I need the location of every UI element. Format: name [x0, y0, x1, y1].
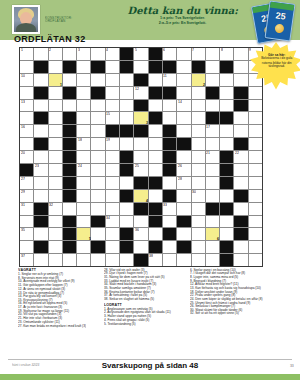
page-number: 33 — [290, 364, 294, 368]
letter-cell[interactable] — [34, 151, 47, 163]
letter-cell[interactable] — [234, 48, 247, 60]
blocked-cell — [63, 177, 76, 189]
footer-divider — [8, 359, 292, 360]
letter-cell[interactable] — [120, 87, 133, 99]
clue-number: 22 — [235, 151, 239, 155]
letter-cell[interactable] — [177, 125, 190, 137]
letter-cell[interactable] — [163, 112, 176, 124]
letter-cell[interactable] — [192, 100, 205, 112]
letter-cell[interactable]: 26 — [177, 164, 190, 176]
letter-cell[interactable] — [134, 151, 147, 163]
letter-cell[interactable] — [20, 112, 33, 124]
letter-cell[interactable] — [77, 112, 90, 124]
letter-cell[interactable]: 16 — [20, 125, 33, 137]
letter-cell[interactable] — [63, 100, 76, 112]
letter-cell[interactable]: 7 — [192, 48, 205, 60]
letter-cell[interactable] — [49, 190, 62, 202]
letter-cell[interactable] — [49, 125, 62, 137]
clue-number: 23 — [35, 164, 39, 168]
blocked-cell — [149, 61, 162, 73]
letter-cell[interactable]: 31 — [20, 203, 33, 215]
letter-cell[interactable] — [163, 254, 176, 266]
letter-cell[interactable] — [49, 112, 62, 124]
letter-cell[interactable]: 21 — [206, 151, 219, 163]
letter-cell[interactable] — [206, 254, 219, 266]
letter-cell[interactable] — [120, 100, 133, 112]
letter-cell[interactable] — [149, 228, 162, 240]
clue-number: 38 — [149, 254, 153, 258]
letter-cell[interactable] — [49, 87, 62, 99]
letter-cell[interactable] — [220, 190, 233, 202]
letter-cell[interactable] — [249, 203, 262, 215]
letter-cell[interactable] — [120, 203, 133, 215]
letter-cell[interactable] — [192, 151, 205, 163]
letter-cell[interactable] — [134, 241, 147, 253]
letter-cell[interactable]: 38 — [149, 254, 162, 266]
clue-number: 1 — [21, 48, 23, 52]
clue-number: 8 — [221, 48, 223, 52]
letter-cell[interactable] — [77, 203, 90, 215]
letter-cell[interactable] — [149, 151, 162, 163]
yellow-answer-cell[interactable]: 5 — [77, 228, 90, 240]
blocked-cell — [192, 61, 205, 73]
letter-cell[interactable] — [249, 190, 262, 202]
letter-cell[interactable] — [206, 216, 219, 228]
letter-cell[interactable] — [192, 87, 205, 99]
blocked-cell — [220, 203, 233, 215]
letter-cell[interactable] — [220, 125, 233, 137]
letter-cell[interactable] — [120, 112, 133, 124]
letter-cell[interactable] — [34, 48, 47, 60]
letter-cell[interactable]: 3 — [77, 48, 90, 60]
letter-cell[interactable]: 24 — [77, 164, 90, 176]
blocked-cell — [149, 216, 162, 228]
letter-cell[interactable] — [249, 254, 262, 266]
blocked-cell — [234, 138, 247, 150]
letter-cell[interactable] — [77, 254, 90, 266]
blocked-cell — [120, 151, 133, 163]
letter-cell[interactable] — [34, 177, 47, 189]
letter-cell[interactable] — [220, 74, 233, 86]
clue-number: 13 — [21, 100, 25, 104]
letter-cell[interactable] — [91, 254, 104, 266]
clue-number: 7 — [192, 48, 194, 52]
letter-cell[interactable] — [220, 216, 233, 228]
letter-cell[interactable] — [34, 228, 47, 240]
letter-cell[interactable] — [177, 203, 190, 215]
letter-cell[interactable] — [106, 203, 119, 215]
yellow-answer-cell[interactable]: 4 — [134, 190, 147, 202]
clue-number: 21 — [206, 151, 210, 155]
letter-cell[interactable] — [34, 125, 47, 137]
letter-cell[interactable] — [206, 138, 219, 150]
blocked-cell — [234, 100, 247, 112]
letter-cell[interactable]: 22 — [234, 151, 247, 163]
blocked-cell — [34, 138, 47, 150]
letter-cell[interactable] — [49, 100, 62, 112]
letter-cell[interactable] — [206, 74, 219, 86]
page-title: ORDFLÄTAN 32 — [14, 34, 85, 44]
letter-cell[interactable] — [249, 241, 262, 253]
blocked-cell — [120, 164, 133, 176]
letter-cell[interactable] — [63, 48, 76, 60]
letter-cell[interactable] — [192, 254, 205, 266]
letter-cell[interactable] — [106, 74, 119, 86]
letter-cell[interactable] — [163, 100, 176, 112]
letter-cell[interactable] — [106, 228, 119, 240]
letter-cell[interactable] — [192, 164, 205, 176]
letter-cell[interactable] — [177, 48, 190, 60]
letter-cell[interactable] — [234, 112, 247, 124]
letter-cell[interactable] — [91, 177, 104, 189]
blocked-cell — [149, 112, 162, 124]
blocked-cell — [63, 216, 76, 228]
letter-cell[interactable] — [77, 87, 90, 99]
letter-cell[interactable] — [106, 164, 119, 176]
letter-cell[interactable] — [177, 61, 190, 73]
blocked-cell — [63, 164, 76, 176]
letter-cell[interactable] — [20, 61, 33, 73]
letter-cell[interactable]: 4 — [106, 48, 119, 60]
letter-cell[interactable] — [20, 138, 33, 150]
letter-cell[interactable] — [91, 74, 104, 86]
letter-cell[interactable] — [77, 100, 90, 112]
letter-cell[interactable] — [49, 61, 62, 73]
letter-cell[interactable] — [192, 125, 205, 137]
letter-cell[interactable] — [106, 241, 119, 253]
lottery-ticket-front: 25 — [264, 0, 295, 41]
letter-cell[interactable]: 17 — [206, 125, 219, 137]
magazine-crossword-page: KONSTRUKTÖR: ORDFLÄTAN Detta kan du vinn… — [0, 0, 300, 380]
blocked-cell — [63, 87, 76, 99]
letter-cell[interactable] — [192, 216, 205, 228]
blocked-cell — [120, 228, 133, 240]
clue-number: 35 — [21, 228, 25, 232]
letter-cell[interactable] — [106, 190, 119, 202]
letter-cell[interactable] — [91, 228, 104, 240]
clue-number: 37 — [21, 254, 25, 258]
blocked-cell — [149, 177, 162, 189]
letter-cell[interactable] — [249, 151, 262, 163]
blocked-cell — [220, 112, 233, 124]
letter-cell[interactable] — [192, 241, 205, 253]
letter-cell[interactable] — [120, 177, 133, 189]
letter-cell[interactable] — [34, 254, 47, 266]
footer-green-bar — [0, 374, 300, 380]
letter-cell[interactable] — [206, 100, 219, 112]
letter-cell[interactable] — [192, 228, 205, 240]
clue-number: 32 — [49, 203, 53, 207]
letter-cell[interactable] — [206, 61, 219, 73]
clue-number: 16 — [21, 125, 25, 129]
letter-cell[interactable]: 20 — [20, 151, 33, 163]
letter-cell[interactable] — [220, 87, 233, 99]
clue-number: 24 — [78, 164, 82, 168]
letter-cell[interactable] — [220, 228, 233, 240]
letter-cell[interactable] — [234, 241, 247, 253]
letter-cell[interactable] — [192, 177, 205, 189]
letter-cell[interactable] — [234, 74, 247, 86]
letter-cell[interactable] — [20, 87, 33, 99]
blocked-cell — [220, 151, 233, 163]
clue-number: 31 — [21, 203, 25, 207]
blocked-cell — [149, 241, 162, 253]
yellow-answer-cell[interactable]: 6 — [206, 228, 219, 240]
letter-cell[interactable] — [106, 254, 119, 266]
letter-cell[interactable]: 27 — [20, 177, 33, 189]
letter-cell[interactable] — [63, 254, 76, 266]
letter-cell[interactable] — [77, 125, 90, 137]
blocked-cell — [120, 48, 133, 60]
competition-letter-index: 5 — [89, 237, 91, 241]
blocked-cell — [106, 125, 119, 137]
letter-cell[interactable] — [49, 216, 62, 228]
letter-cell[interactable] — [234, 61, 247, 73]
letter-cell[interactable] — [20, 241, 33, 253]
clue-number: 4 — [106, 48, 108, 52]
blocked-cell — [120, 61, 133, 73]
letter-cell[interactable]: 12 — [134, 87, 147, 99]
letter-cell[interactable]: 19 — [106, 138, 119, 150]
letter-cell[interactable] — [177, 254, 190, 266]
clue-number: 26 — [178, 164, 182, 168]
letter-cell[interactable] — [134, 61, 147, 73]
yellow-answer-cell[interactable]: 1 — [49, 74, 62, 86]
badge-text: Gör så här: Bokstäverna i de gula rutorn… — [256, 53, 297, 68]
photo-body-shape — [16, 23, 36, 32]
blocked-cell — [234, 216, 247, 228]
letter-cell[interactable] — [177, 190, 190, 202]
letter-cell[interactable] — [249, 100, 262, 112]
letter-cell[interactable] — [134, 216, 147, 228]
letter-cell[interactable] — [177, 151, 190, 163]
letter-cell[interactable] — [34, 74, 47, 86]
letter-cell[interactable]: 28 — [177, 177, 190, 189]
letter-cell[interactable]: 14 — [177, 100, 190, 112]
letter-cell[interactable] — [77, 151, 90, 163]
blocked-cell — [206, 203, 219, 215]
blocked-cell — [63, 61, 76, 73]
blocked-cell — [234, 87, 247, 99]
letter-cell[interactable] — [91, 125, 104, 137]
letter-cell[interactable] — [120, 216, 133, 228]
blocked-cell — [220, 164, 233, 176]
letter-cell[interactable] — [106, 177, 119, 189]
letter-cell[interactable]: 13 — [20, 100, 33, 112]
letter-cell[interactable] — [106, 100, 119, 112]
letter-cell[interactable] — [120, 74, 133, 86]
letter-cell[interactable] — [49, 228, 62, 240]
letter-cell[interactable] — [249, 138, 262, 150]
clue-number: 5 — [135, 48, 137, 52]
letter-cell[interactable] — [149, 125, 162, 137]
blocked-cell — [34, 203, 47, 215]
clue-list-header: VÅGRÄTT — [18, 268, 102, 272]
letter-cell[interactable] — [234, 177, 247, 189]
letter-cell[interactable] — [206, 241, 219, 253]
letter-cell[interactable]: 11 — [163, 74, 176, 86]
letter-cell[interactable] — [91, 112, 104, 124]
letter-cell[interactable] — [77, 190, 90, 202]
blocked-cell — [234, 190, 247, 202]
blocked-cell — [34, 241, 47, 253]
letter-cell[interactable] — [149, 100, 162, 112]
ticket-value: 25 — [268, 9, 293, 22]
letter-cell[interactable] — [91, 48, 104, 60]
blocked-cell — [220, 61, 233, 73]
blocked-cell — [163, 190, 176, 202]
letter-cell[interactable] — [206, 48, 219, 60]
competition-letter-index: 4 — [146, 198, 148, 202]
blocked-cell — [34, 87, 47, 99]
letter-cell[interactable]: 36 — [134, 228, 147, 240]
letter-cell[interactable] — [77, 74, 90, 86]
letter-cell[interactable]: 32 — [49, 203, 62, 215]
constructor-photo-image — [14, 7, 38, 32]
letter-cell[interactable] — [163, 177, 176, 189]
instructions-badge: Gör så här: Bokstäverna i de gula rutorn… — [250, 42, 300, 92]
letter-cell[interactable] — [192, 203, 205, 215]
letter-cell[interactable] — [177, 112, 190, 124]
letter-cell[interactable] — [220, 138, 233, 150]
letter-cell[interactable] — [149, 74, 162, 86]
clue-number: 20 — [21, 151, 25, 155]
blocked-cell — [120, 241, 133, 253]
letter-cell[interactable] — [249, 216, 262, 228]
competition-letter-index: 6 — [217, 237, 219, 241]
blocked-cell — [134, 254, 147, 266]
letter-cell[interactable] — [91, 138, 104, 150]
clue-number: 3 — [78, 48, 80, 52]
letter-cell[interactable] — [34, 190, 47, 202]
letter-cell[interactable] — [77, 241, 90, 253]
letter-cell[interactable] — [91, 151, 104, 163]
letter-cell[interactable] — [49, 177, 62, 189]
letter-cell[interactable] — [91, 100, 104, 112]
letter-cell[interactable]: 15 — [106, 112, 119, 124]
letter-cell[interactable] — [163, 216, 176, 228]
letter-cell[interactable] — [249, 112, 262, 124]
clue-lists: VÅGRÄTT1. Singlar ner och yr omkring (7)… — [18, 268, 264, 358]
letter-cell[interactable] — [77, 177, 90, 189]
clue-number: 12 — [135, 87, 139, 91]
answer-coupon-note: Svarskupong på sidan 48 — [0, 361, 300, 370]
letter-cell[interactable]: 10 — [20, 74, 33, 86]
letter-cell[interactable]: 6 — [163, 48, 176, 60]
letter-cell[interactable] — [49, 151, 62, 163]
letter-cell[interactable]: 33 — [163, 203, 176, 215]
clue-item: 5. Textilanvändning (5) — [104, 322, 188, 326]
blocked-cell — [120, 125, 133, 137]
letter-cell[interactable] — [234, 164, 247, 176]
letter-cell[interactable] — [120, 254, 133, 266]
letter-cell[interactable] — [220, 100, 233, 112]
letter-cell[interactable] — [49, 164, 62, 176]
letter-cell[interactable] — [91, 203, 104, 215]
constructor-photo — [12, 5, 40, 34]
letter-cell[interactable] — [49, 241, 62, 253]
ticket-gold-coin — [274, 23, 284, 33]
letter-cell[interactable] — [234, 254, 247, 266]
letter-cell[interactable] — [106, 87, 119, 99]
letter-cell[interactable] — [49, 254, 62, 266]
letter-cell[interactable]: 25 — [134, 164, 147, 176]
letter-cell[interactable] — [20, 216, 33, 228]
letter-cell[interactable] — [134, 138, 147, 150]
letter-cell[interactable] — [177, 74, 190, 86]
letter-cell[interactable] — [149, 164, 162, 176]
yellow-answer-cell[interactable]: 2 — [192, 74, 205, 86]
letter-cell[interactable] — [249, 125, 262, 137]
letter-cell[interactable] — [149, 138, 162, 150]
letter-cell[interactable] — [149, 190, 162, 202]
letter-cell[interactable] — [77, 216, 90, 228]
clue-item: 32. Ser ut att ha ett öppet sinne (5) — [190, 312, 264, 316]
blocked-cell — [163, 125, 176, 137]
clue-number: 28 — [178, 177, 182, 181]
letter-cell[interactable] — [192, 138, 205, 150]
letter-cell[interactable]: 30 — [192, 190, 205, 202]
letter-cell[interactable] — [106, 151, 119, 163]
letter-cell[interactable]: 37 — [20, 254, 33, 266]
blocked-cell — [34, 216, 47, 228]
blocked-cell — [63, 190, 76, 202]
letter-cell[interactable]: 8 — [220, 48, 233, 60]
letter-cell[interactable]: 18 — [77, 138, 90, 150]
letter-cell[interactable] — [249, 177, 262, 189]
letter-cell[interactable] — [249, 228, 262, 240]
letter-cell[interactable] — [120, 138, 133, 150]
letter-cell[interactable] — [206, 177, 219, 189]
clue-number: 25 — [135, 164, 139, 168]
blocked-cell — [134, 177, 147, 189]
letter-cell[interactable] — [63, 203, 76, 215]
letter-cell[interactable] — [192, 112, 205, 124]
letter-cell[interactable] — [91, 190, 104, 202]
letter-cell[interactable] — [63, 74, 76, 86]
letter-cell[interactable]: 35 — [20, 228, 33, 240]
letter-cell[interactable]: 23 — [34, 164, 47, 176]
letter-cell[interactable] — [77, 61, 90, 73]
letter-cell[interactable]: 34 — [106, 216, 119, 228]
clue-number: 10 — [21, 74, 25, 78]
blocked-cell — [63, 112, 76, 124]
yellow-answer-cell[interactable]: 3 — [134, 112, 147, 124]
blocked-cell — [220, 254, 233, 266]
letter-cell[interactable] — [206, 164, 219, 176]
letter-cell[interactable] — [206, 190, 219, 202]
letter-cell[interactable] — [177, 87, 190, 99]
letter-cell[interactable]: 29 — [20, 190, 33, 202]
letter-cell[interactable] — [49, 138, 62, 150]
letter-cell[interactable] — [91, 164, 104, 176]
blocked-cell — [63, 228, 76, 240]
letter-cell[interactable]: 1 — [20, 48, 33, 60]
blocked-cell — [177, 138, 190, 150]
letter-cell[interactable] — [234, 203, 247, 215]
clue-number: 30 — [192, 190, 196, 194]
letter-cell[interactable] — [34, 100, 47, 112]
letter-cell[interactable]: 2 — [49, 48, 62, 60]
letter-cell[interactable] — [106, 61, 119, 73]
badge-body: Bokstäverna i de gula rutorna bildar här… — [261, 57, 292, 68]
letter-cell[interactable] — [234, 125, 247, 137]
letter-cell[interactable] — [249, 164, 262, 176]
letter-cell[interactable] — [177, 228, 190, 240]
letter-cell[interactable] — [163, 241, 176, 253]
blocked-cell — [206, 112, 219, 124]
letter-cell[interactable]: 5 — [134, 48, 147, 60]
